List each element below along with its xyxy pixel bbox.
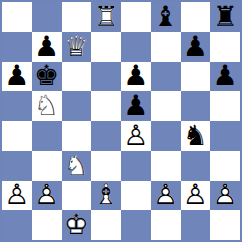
piece-white-bishop[interactable]: ♝♗ <box>91 181 121 211</box>
black-bishop-icon: ♝ <box>151 2 181 32</box>
square-b6[interactable]: ♚ <box>32 62 62 92</box>
square-e4[interactable]: ♟♙ <box>121 121 151 151</box>
square-h6[interactable]: ♟ <box>210 62 240 92</box>
square-c6[interactable] <box>62 62 92 92</box>
square-a4[interactable] <box>2 121 32 151</box>
piece-black-pawn[interactable]: ♟ <box>181 32 211 62</box>
square-g6[interactable] <box>181 62 211 92</box>
square-c5[interactable] <box>62 91 92 121</box>
square-e2[interactable] <box>121 181 151 211</box>
square-h7[interactable] <box>210 32 240 62</box>
square-a1[interactable] <box>2 210 32 240</box>
square-a8[interactable] <box>2 2 32 32</box>
square-f4[interactable] <box>151 121 181 151</box>
piece-white-pawn[interactable]: ♟♙ <box>121 121 151 151</box>
square-h4[interactable] <box>210 121 240 151</box>
piece-white-pawn[interactable]: ♟♙ <box>181 181 211 211</box>
square-d6[interactable] <box>91 62 121 92</box>
square-d2[interactable]: ♝♗ <box>91 181 121 211</box>
square-b1[interactable] <box>32 210 62 240</box>
piece-white-pawn[interactable]: ♟♙ <box>151 181 181 211</box>
white-queen-outline-icon: ♕ <box>62 32 92 62</box>
white-pawn-outline-icon: ♙ <box>2 181 32 211</box>
square-f7[interactable] <box>151 32 181 62</box>
square-d1[interactable] <box>91 210 121 240</box>
black-pawn-icon: ♟ <box>181 32 211 62</box>
piece-black-bishop[interactable]: ♝ <box>151 2 181 32</box>
square-h5[interactable] <box>210 91 240 121</box>
square-e7[interactable] <box>121 32 151 62</box>
white-pawn-outline-icon: ♙ <box>151 181 181 211</box>
square-f2[interactable]: ♟♙ <box>151 181 181 211</box>
black-pawn-icon: ♟ <box>121 62 151 92</box>
square-a2[interactable]: ♟♙ <box>2 181 32 211</box>
piece-white-knight[interactable]: ♞♘ <box>32 91 62 121</box>
black-knight-icon: ♞ <box>181 121 211 151</box>
square-f5[interactable] <box>151 91 181 121</box>
square-g3[interactable] <box>181 151 211 181</box>
white-pawn-outline-icon: ♙ <box>210 181 240 211</box>
square-g2[interactable]: ♟♙ <box>181 181 211 211</box>
square-b3[interactable] <box>32 151 62 181</box>
white-king-outline-icon: ♔ <box>62 210 92 240</box>
black-rook-icon: ♜ <box>210 2 240 32</box>
black-pawn-icon: ♟ <box>121 91 151 121</box>
black-pawn-icon: ♟ <box>32 32 62 62</box>
piece-white-king[interactable]: ♚♔ <box>62 210 92 240</box>
square-a6[interactable]: ♟ <box>2 62 32 92</box>
square-e8[interactable] <box>121 2 151 32</box>
square-f8[interactable]: ♝ <box>151 2 181 32</box>
white-rook-outline-icon: ♖ <box>91 2 121 32</box>
square-g5[interactable] <box>181 91 211 121</box>
square-d7[interactable] <box>91 32 121 62</box>
square-c8[interactable] <box>62 2 92 32</box>
square-c2[interactable] <box>62 181 92 211</box>
white-pawn-outline-icon: ♙ <box>181 181 211 211</box>
white-pawn-outline-icon: ♙ <box>32 181 62 211</box>
white-bishop-outline-icon: ♗ <box>91 181 121 211</box>
black-pawn-icon: ♟ <box>210 62 240 92</box>
square-b4[interactable] <box>32 121 62 151</box>
square-h8[interactable]: ♜ <box>210 2 240 32</box>
square-g4[interactable]: ♞ <box>181 121 211 151</box>
square-d4[interactable] <box>91 121 121 151</box>
square-g1[interactable] <box>181 210 211 240</box>
square-c4[interactable] <box>62 121 92 151</box>
piece-black-pawn[interactable]: ♟ <box>121 62 151 92</box>
square-a7[interactable] <box>2 32 32 62</box>
piece-white-knight[interactable]: ♞♘ <box>62 151 92 181</box>
square-e1[interactable] <box>121 210 151 240</box>
square-g8[interactable] <box>181 2 211 32</box>
white-knight-outline-icon: ♘ <box>32 91 62 121</box>
piece-black-pawn[interactable]: ♟ <box>210 62 240 92</box>
piece-white-pawn[interactable]: ♟♙ <box>210 181 240 211</box>
piece-white-queen[interactable]: ♛♕ <box>62 32 92 62</box>
square-c3[interactable]: ♞♘ <box>62 151 92 181</box>
square-h1[interactable] <box>210 210 240 240</box>
piece-white-pawn[interactable]: ♟♙ <box>2 181 32 211</box>
square-d5[interactable] <box>91 91 121 121</box>
chess-board: ♜♖♝♜♟♛♕♟♟♚♟♟♞♘♟♟♙♞♞♘♟♙♟♙♝♗♟♙♟♙♟♙♚♔ <box>0 0 242 242</box>
square-c7[interactable]: ♛♕ <box>62 32 92 62</box>
square-b7[interactable]: ♟ <box>32 32 62 62</box>
piece-black-knight[interactable]: ♞ <box>181 121 211 151</box>
black-pawn-icon: ♟ <box>2 62 32 92</box>
piece-black-pawn[interactable]: ♟ <box>2 62 32 92</box>
square-e6[interactable]: ♟ <box>121 62 151 92</box>
square-c1[interactable]: ♚♔ <box>62 210 92 240</box>
square-e5[interactable]: ♟ <box>121 91 151 121</box>
white-pawn-outline-icon: ♙ <box>121 121 151 151</box>
white-knight-outline-icon: ♘ <box>62 151 92 181</box>
square-d3[interactable] <box>91 151 121 181</box>
piece-black-rook[interactable]: ♜ <box>210 2 240 32</box>
square-d8[interactable]: ♜♖ <box>91 2 121 32</box>
square-f1[interactable] <box>151 210 181 240</box>
square-h2[interactable]: ♟♙ <box>210 181 240 211</box>
square-b8[interactable] <box>32 2 62 32</box>
square-a3[interactable] <box>2 151 32 181</box>
piece-black-king[interactable]: ♚ <box>32 62 62 92</box>
piece-black-pawn[interactable]: ♟ <box>121 91 151 121</box>
piece-white-pawn[interactable]: ♟♙ <box>32 181 62 211</box>
square-f3[interactable] <box>151 151 181 181</box>
square-b5[interactable]: ♞♘ <box>32 91 62 121</box>
black-king-icon: ♚ <box>32 62 62 92</box>
square-g7[interactable]: ♟ <box>181 32 211 62</box>
square-e3[interactable] <box>121 151 151 181</box>
square-a5[interactable] <box>2 91 32 121</box>
piece-black-pawn[interactable]: ♟ <box>32 32 62 62</box>
piece-white-rook[interactable]: ♜♖ <box>91 2 121 32</box>
square-h3[interactable] <box>210 151 240 181</box>
square-b2[interactable]: ♟♙ <box>32 181 62 211</box>
square-f6[interactable] <box>151 62 181 92</box>
